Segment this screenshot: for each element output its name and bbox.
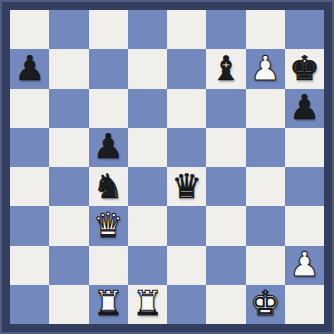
square-a6[interactable] xyxy=(10,89,49,128)
square-c3[interactable]: ♛ xyxy=(89,206,128,245)
piece-black-knight-c4[interactable]: ♞ xyxy=(93,169,123,203)
square-f5[interactable] xyxy=(206,128,245,167)
square-e2[interactable] xyxy=(167,246,206,285)
square-d7[interactable] xyxy=(128,49,167,88)
piece-white-king-g1[interactable]: ♚ xyxy=(250,286,280,320)
square-h3[interactable] xyxy=(285,206,324,245)
chess-board-frame: ♟♝♟♚♟♟♞♛♛♟♜♜♚ xyxy=(0,0,334,334)
square-d4[interactable] xyxy=(128,167,167,206)
piece-white-rook-d1[interactable]: ♜ xyxy=(132,286,162,320)
square-a8[interactable] xyxy=(10,10,49,49)
square-e1[interactable] xyxy=(167,285,206,324)
square-c4[interactable]: ♞ xyxy=(89,167,128,206)
square-a3[interactable] xyxy=(10,206,49,245)
square-e8[interactable] xyxy=(167,10,206,49)
square-d8[interactable] xyxy=(128,10,167,49)
square-d6[interactable] xyxy=(128,89,167,128)
square-c6[interactable] xyxy=(89,89,128,128)
square-h6[interactable]: ♟ xyxy=(285,89,324,128)
piece-white-queen-c3[interactable]: ♛ xyxy=(93,208,123,242)
square-e6[interactable] xyxy=(167,89,206,128)
square-a1[interactable] xyxy=(10,285,49,324)
square-h8[interactable] xyxy=(285,10,324,49)
square-g6[interactable] xyxy=(246,89,285,128)
square-h1[interactable] xyxy=(285,285,324,324)
square-f1[interactable] xyxy=(206,285,245,324)
square-b7[interactable] xyxy=(49,49,88,88)
square-f6[interactable] xyxy=(206,89,245,128)
square-b4[interactable] xyxy=(49,167,88,206)
piece-white-pawn-g7[interactable]: ♟ xyxy=(250,51,280,85)
square-b3[interactable] xyxy=(49,206,88,245)
piece-black-bishop-f7[interactable]: ♝ xyxy=(211,51,241,85)
square-h4[interactable] xyxy=(285,167,324,206)
square-e3[interactable] xyxy=(167,206,206,245)
square-g3[interactable] xyxy=(246,206,285,245)
square-f4[interactable] xyxy=(206,167,245,206)
square-g8[interactable] xyxy=(246,10,285,49)
piece-white-rook-c1[interactable]: ♜ xyxy=(93,286,123,320)
piece-black-pawn-a7[interactable]: ♟ xyxy=(14,51,44,85)
square-d1[interactable]: ♜ xyxy=(128,285,167,324)
square-g5[interactable] xyxy=(246,128,285,167)
square-b1[interactable] xyxy=(49,285,88,324)
piece-white-pawn-h2[interactable]: ♟ xyxy=(289,247,319,281)
square-b8[interactable] xyxy=(49,10,88,49)
square-d3[interactable] xyxy=(128,206,167,245)
square-a4[interactable] xyxy=(10,167,49,206)
square-c1[interactable]: ♜ xyxy=(89,285,128,324)
square-a5[interactable] xyxy=(10,128,49,167)
square-b6[interactable] xyxy=(49,89,88,128)
square-d5[interactable] xyxy=(128,128,167,167)
square-c8[interactable] xyxy=(89,10,128,49)
square-g7[interactable]: ♟ xyxy=(246,49,285,88)
square-f7[interactable]: ♝ xyxy=(206,49,245,88)
square-h5[interactable] xyxy=(285,128,324,167)
piece-black-queen-e4[interactable]: ♛ xyxy=(171,169,201,203)
square-f8[interactable] xyxy=(206,10,245,49)
square-c7[interactable] xyxy=(89,49,128,88)
piece-black-pawn-c5[interactable]: ♟ xyxy=(93,129,123,163)
square-f2[interactable] xyxy=(206,246,245,285)
square-a7[interactable]: ♟ xyxy=(10,49,49,88)
square-c2[interactable] xyxy=(89,246,128,285)
square-b2[interactable] xyxy=(49,246,88,285)
square-d2[interactable] xyxy=(128,246,167,285)
square-h2[interactable]: ♟ xyxy=(285,246,324,285)
chess-board: ♟♝♟♚♟♟♞♛♛♟♜♜♚ xyxy=(10,10,324,324)
square-e4[interactable]: ♛ xyxy=(167,167,206,206)
square-e5[interactable] xyxy=(167,128,206,167)
square-f3[interactable] xyxy=(206,206,245,245)
square-g1[interactable]: ♚ xyxy=(246,285,285,324)
square-h7[interactable]: ♚ xyxy=(285,49,324,88)
piece-black-pawn-h6[interactable]: ♟ xyxy=(289,90,319,124)
piece-black-king-h7[interactable]: ♚ xyxy=(289,51,319,85)
square-g2[interactable] xyxy=(246,246,285,285)
square-b5[interactable] xyxy=(49,128,88,167)
square-a2[interactable] xyxy=(10,246,49,285)
square-c5[interactable]: ♟ xyxy=(89,128,128,167)
square-e7[interactable] xyxy=(167,49,206,88)
square-g4[interactable] xyxy=(246,167,285,206)
